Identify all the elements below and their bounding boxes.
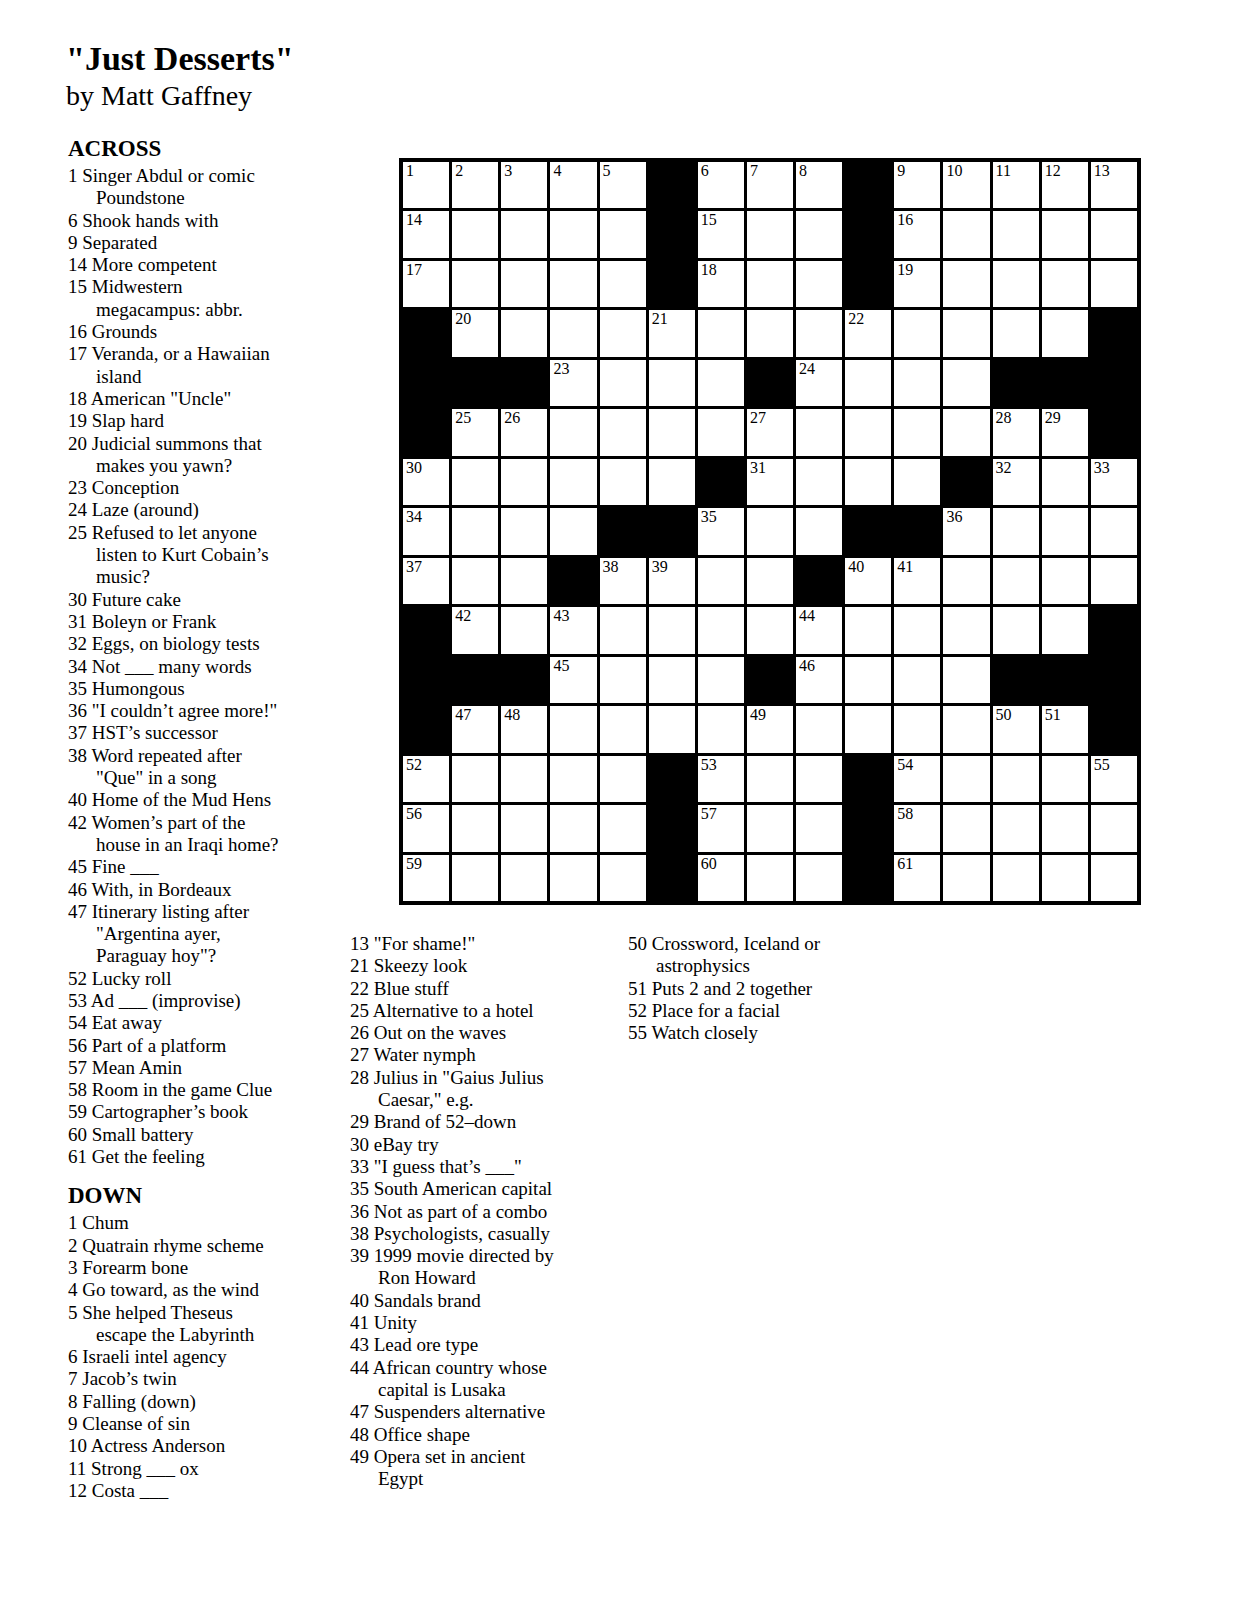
clue-number: 41 xyxy=(350,1312,369,1333)
white-cell[interactable] xyxy=(845,409,891,455)
white-cell[interactable]: 35 xyxy=(698,508,744,554)
white-cell[interactable]: 11 xyxy=(993,162,1039,208)
clue-number: 52 xyxy=(68,968,87,989)
clue-across-6: 6 Shook hands with xyxy=(68,210,283,232)
black-cell xyxy=(501,657,547,703)
black-cell xyxy=(501,360,547,406)
cell-number: 57 xyxy=(701,805,717,823)
white-cell[interactable] xyxy=(894,459,940,505)
white-cell[interactable] xyxy=(649,409,695,455)
white-cell[interactable] xyxy=(600,607,646,653)
white-cell[interactable] xyxy=(649,657,695,703)
clue-across-40: 40 Home of the Mud Hens xyxy=(68,789,283,811)
white-cell[interactable]: 33 xyxy=(1091,459,1137,505)
clue-number: 4 xyxy=(68,1279,78,1300)
white-cell[interactable]: 5 xyxy=(600,162,646,208)
white-cell[interactable] xyxy=(894,360,940,406)
black-cell xyxy=(747,657,793,703)
white-cell[interactable] xyxy=(1042,607,1088,653)
cell-number: 48 xyxy=(504,706,520,724)
white-cell[interactable] xyxy=(943,855,989,901)
clue-down-8: 8 Falling (down) xyxy=(68,1391,283,1413)
white-cell[interactable] xyxy=(698,360,744,406)
white-cell[interactable] xyxy=(943,360,989,406)
white-cell[interactable] xyxy=(600,261,646,307)
white-cell[interactable] xyxy=(747,508,793,554)
clue-number: 1 xyxy=(68,1212,78,1233)
white-cell[interactable] xyxy=(698,310,744,356)
clue-number: 36 xyxy=(68,700,87,721)
white-cell[interactable] xyxy=(796,805,842,851)
white-cell[interactable] xyxy=(452,211,498,257)
white-cell[interactable] xyxy=(1042,855,1088,901)
white-cell[interactable] xyxy=(1091,261,1137,307)
clue-number: 26 xyxy=(350,1022,369,1043)
black-cell xyxy=(796,558,842,604)
black-cell xyxy=(403,607,449,653)
white-cell[interactable] xyxy=(894,706,940,752)
white-cell[interactable]: 34 xyxy=(403,508,449,554)
white-cell[interactable] xyxy=(550,756,596,802)
white-cell[interactable]: 7 xyxy=(747,162,793,208)
black-cell xyxy=(1091,310,1137,356)
cell-number: 50 xyxy=(996,706,1012,724)
white-cell[interactable]: 39 xyxy=(649,558,695,604)
clue-across-54: 54 Eat away xyxy=(68,1012,283,1034)
white-cell[interactable]: 24 xyxy=(796,360,842,406)
clue-down-29: 29 Brand of 52–down xyxy=(350,1111,570,1133)
cell-number: 6 xyxy=(701,162,709,180)
clue-number: 13 xyxy=(350,933,369,954)
white-cell[interactable] xyxy=(550,459,596,505)
white-cell[interactable] xyxy=(845,459,891,505)
cell-number: 52 xyxy=(406,756,422,774)
cell-number: 28 xyxy=(996,409,1012,427)
white-cell[interactable] xyxy=(452,855,498,901)
white-cell[interactable] xyxy=(943,756,989,802)
clue-down-38: 38 Psychologists, casually xyxy=(350,1223,570,1245)
white-cell[interactable] xyxy=(943,607,989,653)
white-cell[interactable]: 47 xyxy=(452,706,498,752)
white-cell[interactable]: 61 xyxy=(894,855,940,901)
white-cell[interactable] xyxy=(943,657,989,703)
clue-number: 56 xyxy=(68,1035,87,1056)
down-header: DOWN xyxy=(68,1183,283,1209)
white-cell[interactable] xyxy=(600,855,646,901)
clue-across-34: 34 Not ___ many words xyxy=(68,656,283,678)
white-cell[interactable] xyxy=(796,459,842,505)
clue-number: 36 xyxy=(350,1201,369,1222)
white-cell[interactable] xyxy=(501,261,547,307)
clue-number: 55 xyxy=(628,1022,647,1043)
clue-number: 51 xyxy=(628,978,647,999)
white-cell[interactable]: 43 xyxy=(550,607,596,653)
white-cell[interactable]: 54 xyxy=(894,756,940,802)
black-cell xyxy=(452,657,498,703)
white-cell[interactable] xyxy=(796,508,842,554)
clue-number: 14 xyxy=(68,254,87,275)
cell-number: 32 xyxy=(996,459,1012,477)
white-cell[interactable] xyxy=(796,211,842,257)
white-cell[interactable] xyxy=(1091,558,1137,604)
cell-number: 33 xyxy=(1094,459,1110,477)
white-cell[interactable] xyxy=(501,310,547,356)
white-cell[interactable] xyxy=(993,558,1039,604)
white-cell[interactable] xyxy=(993,805,1039,851)
white-cell[interactable] xyxy=(845,360,891,406)
black-cell xyxy=(649,261,695,307)
cell-number: 53 xyxy=(701,756,717,774)
white-cell[interactable]: 52 xyxy=(403,756,449,802)
cell-number: 18 xyxy=(701,261,717,279)
clue-across-1: 1 Singer Abdul or comic Poundstone xyxy=(68,165,283,210)
white-cell[interactable]: 48 xyxy=(501,706,547,752)
white-cell[interactable] xyxy=(649,706,695,752)
clue-number: 29 xyxy=(350,1111,369,1132)
white-cell[interactable] xyxy=(600,657,646,703)
white-cell[interactable]: 27 xyxy=(747,409,793,455)
white-cell[interactable]: 15 xyxy=(698,211,744,257)
white-cell[interactable] xyxy=(550,855,596,901)
clue-across-58: 58 Room in the game Clue xyxy=(68,1079,283,1101)
white-cell[interactable] xyxy=(600,706,646,752)
white-cell[interactable] xyxy=(501,508,547,554)
white-cell[interactable] xyxy=(600,360,646,406)
clue-across-45: 45 Fine ___ xyxy=(68,856,283,878)
clue-number: 23 xyxy=(68,477,87,498)
clue-number: 1 xyxy=(68,165,78,186)
white-cell[interactable] xyxy=(894,657,940,703)
white-cell[interactable]: 56 xyxy=(403,805,449,851)
white-cell[interactable] xyxy=(600,409,646,455)
white-cell[interactable] xyxy=(550,211,596,257)
white-cell[interactable] xyxy=(747,558,793,604)
white-cell[interactable] xyxy=(452,756,498,802)
white-cell[interactable] xyxy=(993,607,1039,653)
white-cell[interactable]: 42 xyxy=(452,607,498,653)
black-cell xyxy=(993,360,1039,406)
clue-down-43: 43 Lead ore type xyxy=(350,1334,570,1356)
clue-number: 50 xyxy=(628,933,647,954)
white-cell[interactable]: 49 xyxy=(747,706,793,752)
white-cell[interactable] xyxy=(501,211,547,257)
white-cell[interactable] xyxy=(796,409,842,455)
clue-down-3: 3 Forearm bone xyxy=(68,1257,283,1279)
white-cell[interactable] xyxy=(1042,459,1088,505)
white-cell[interactable]: 32 xyxy=(993,459,1039,505)
white-cell[interactable] xyxy=(452,508,498,554)
white-cell[interactable] xyxy=(600,756,646,802)
white-cell[interactable]: 10 xyxy=(943,162,989,208)
white-cell[interactable] xyxy=(943,211,989,257)
white-cell[interactable] xyxy=(894,409,940,455)
white-cell[interactable]: 51 xyxy=(1042,706,1088,752)
white-cell[interactable]: 23 xyxy=(550,360,596,406)
white-cell[interactable]: 21 xyxy=(649,310,695,356)
cell-number: 9 xyxy=(897,162,905,180)
clue-number: 33 xyxy=(350,1156,369,1177)
white-cell[interactable] xyxy=(1042,558,1088,604)
clue-number: 57 xyxy=(68,1057,87,1078)
white-cell[interactable] xyxy=(600,459,646,505)
white-cell[interactable]: 14 xyxy=(403,211,449,257)
white-cell[interactable] xyxy=(943,409,989,455)
white-cell[interactable] xyxy=(993,211,1039,257)
black-cell xyxy=(698,459,744,505)
white-cell[interactable]: 45 xyxy=(550,657,596,703)
white-cell[interactable] xyxy=(698,607,744,653)
clue-across-36: 36 "I couldn’t agree more!" xyxy=(68,700,283,722)
white-cell[interactable] xyxy=(698,558,744,604)
clue-number: 24 xyxy=(68,499,87,520)
clue-number: 6 xyxy=(68,1346,78,1367)
white-cell[interactable]: 25 xyxy=(452,409,498,455)
white-cell[interactable] xyxy=(600,805,646,851)
white-cell[interactable] xyxy=(747,805,793,851)
white-cell[interactable]: 60 xyxy=(698,855,744,901)
white-cell[interactable]: 22 xyxy=(845,310,891,356)
white-cell[interactable] xyxy=(747,756,793,802)
white-cell[interactable] xyxy=(1091,805,1137,851)
white-cell[interactable]: 28 xyxy=(993,409,1039,455)
white-cell[interactable] xyxy=(796,261,842,307)
puzzle-title: "Just Desserts" xyxy=(66,40,294,78)
white-cell[interactable] xyxy=(747,310,793,356)
black-cell xyxy=(845,508,891,554)
white-cell[interactable]: 12 xyxy=(1042,162,1088,208)
white-cell[interactable] xyxy=(943,558,989,604)
white-cell[interactable]: 36 xyxy=(943,508,989,554)
white-cell[interactable] xyxy=(796,855,842,901)
clue-number: 18 xyxy=(68,388,87,409)
white-cell[interactable] xyxy=(747,261,793,307)
cell-number: 24 xyxy=(799,360,815,378)
white-cell[interactable] xyxy=(698,657,744,703)
white-cell[interactable]: 8 xyxy=(796,162,842,208)
white-cell[interactable] xyxy=(747,607,793,653)
title-block: "Just Desserts" by Matt Gaffney xyxy=(66,40,294,112)
white-cell[interactable] xyxy=(452,805,498,851)
white-cell[interactable]: 30 xyxy=(403,459,449,505)
white-cell[interactable] xyxy=(845,706,891,752)
white-cell[interactable]: 26 xyxy=(501,409,547,455)
clue-number: 45 xyxy=(68,856,87,877)
clue-across-25: 25 Refused to let anyone listen to Kurt … xyxy=(68,522,283,589)
clue-number: 30 xyxy=(350,1134,369,1155)
clue-down-13: 13 "For shame!" xyxy=(350,933,570,955)
white-cell[interactable] xyxy=(452,261,498,307)
white-cell[interactable]: 9 xyxy=(894,162,940,208)
clue-number: 34 xyxy=(68,656,87,677)
black-cell xyxy=(1091,706,1137,752)
cell-number: 46 xyxy=(799,657,815,675)
clue-across-61: 61 Get the feeling xyxy=(68,1146,283,1168)
white-cell[interactable] xyxy=(894,607,940,653)
black-cell xyxy=(649,756,695,802)
white-cell[interactable] xyxy=(1091,508,1137,554)
white-cell[interactable] xyxy=(943,805,989,851)
clue-across-38: 38 Word repeated after "Que" in a song xyxy=(68,745,283,790)
white-cell[interactable] xyxy=(1042,211,1088,257)
white-cell[interactable]: 59 xyxy=(403,855,449,901)
white-cell[interactable] xyxy=(1042,756,1088,802)
white-cell[interactable] xyxy=(501,855,547,901)
white-cell[interactable] xyxy=(796,706,842,752)
white-cell[interactable] xyxy=(550,805,596,851)
clue-down-22: 22 Blue stuff xyxy=(350,978,570,1000)
clue-across-57: 57 Mean Amin xyxy=(68,1057,283,1079)
white-cell[interactable]: 53 xyxy=(698,756,744,802)
white-cell[interactable] xyxy=(501,459,547,505)
clue-number: 9 xyxy=(68,232,78,253)
white-cell[interactable]: 4 xyxy=(550,162,596,208)
clue-number: 19 xyxy=(68,410,87,431)
black-cell xyxy=(1091,409,1137,455)
black-cell xyxy=(403,409,449,455)
white-cell[interactable] xyxy=(894,310,940,356)
white-cell[interactable] xyxy=(845,607,891,653)
white-cell[interactable]: 55 xyxy=(1091,756,1137,802)
clue-down-40: 40 Sandals brand xyxy=(350,1290,570,1312)
cell-number: 26 xyxy=(504,409,520,427)
clue-across-30: 30 Future cake xyxy=(68,589,283,611)
white-cell[interactable]: 29 xyxy=(1042,409,1088,455)
white-cell[interactable]: 20 xyxy=(452,310,498,356)
clue-across-56: 56 Part of a platform xyxy=(68,1035,283,1057)
cell-number: 2 xyxy=(455,162,463,180)
cell-number: 58 xyxy=(897,805,913,823)
clue-number: 39 xyxy=(350,1245,369,1266)
cell-number: 7 xyxy=(750,162,758,180)
clue-down-26: 26 Out on the waves xyxy=(350,1022,570,1044)
white-cell[interactable]: 46 xyxy=(796,657,842,703)
white-cell[interactable]: 31 xyxy=(747,459,793,505)
white-cell[interactable] xyxy=(943,706,989,752)
white-cell[interactable] xyxy=(1042,805,1088,851)
white-cell[interactable] xyxy=(452,558,498,604)
cell-number: 42 xyxy=(455,607,471,625)
white-cell[interactable] xyxy=(1042,508,1088,554)
white-cell[interactable]: 18 xyxy=(698,261,744,307)
white-cell[interactable]: 38 xyxy=(600,558,646,604)
white-cell[interactable] xyxy=(1091,855,1137,901)
white-cell[interactable]: 41 xyxy=(894,558,940,604)
white-cell[interactable] xyxy=(501,756,547,802)
white-cell[interactable]: 44 xyxy=(796,607,842,653)
white-cell[interactable] xyxy=(993,508,1039,554)
black-cell xyxy=(1091,657,1137,703)
cell-number: 55 xyxy=(1094,756,1110,774)
white-cell[interactable]: 16 xyxy=(894,211,940,257)
white-cell[interactable] xyxy=(943,310,989,356)
clue-number: 40 xyxy=(350,1290,369,1311)
white-cell[interactable] xyxy=(698,706,744,752)
clue-down-49: 49 Opera set in ancient Egypt xyxy=(350,1446,570,1491)
cell-number: 39 xyxy=(652,558,668,576)
puzzle-byline: by Matt Gaffney xyxy=(66,80,294,112)
white-cell[interactable]: 19 xyxy=(894,261,940,307)
white-cell[interactable] xyxy=(747,211,793,257)
white-cell[interactable]: 2 xyxy=(452,162,498,208)
white-cell[interactable] xyxy=(501,805,547,851)
clue-across-19: 19 Slap hard xyxy=(68,410,283,432)
white-cell[interactable]: 17 xyxy=(403,261,449,307)
cell-number: 36 xyxy=(946,508,962,526)
clue-down-2: 2 Quatrain rhyme scheme xyxy=(68,1235,283,1257)
black-cell xyxy=(452,360,498,406)
white-cell[interactable] xyxy=(747,855,793,901)
white-cell[interactable] xyxy=(993,310,1039,356)
cell-number: 16 xyxy=(897,211,913,229)
white-cell[interactable] xyxy=(649,360,695,406)
white-cell[interactable]: 50 xyxy=(993,706,1039,752)
black-cell xyxy=(747,360,793,406)
white-cell[interactable]: 6 xyxy=(698,162,744,208)
cell-number: 22 xyxy=(848,310,864,328)
white-cell[interactable] xyxy=(845,657,891,703)
white-cell[interactable] xyxy=(943,261,989,307)
white-cell[interactable]: 1 xyxy=(403,162,449,208)
white-cell[interactable] xyxy=(1091,211,1137,257)
white-cell[interactable] xyxy=(993,855,1039,901)
white-cell[interactable] xyxy=(550,508,596,554)
white-cell[interactable] xyxy=(550,261,596,307)
cell-number: 5 xyxy=(603,162,611,180)
clue-number: 15 xyxy=(68,276,87,297)
clue-column-middle: 13 "For shame!"21 Skeezy look22 Blue stu… xyxy=(350,933,570,1490)
cell-number: 49 xyxy=(750,706,766,724)
white-cell[interactable]: 57 xyxy=(698,805,744,851)
white-cell[interactable] xyxy=(796,310,842,356)
white-cell[interactable] xyxy=(1042,261,1088,307)
white-cell[interactable] xyxy=(993,756,1039,802)
white-cell[interactable] xyxy=(550,706,596,752)
cell-number: 14 xyxy=(406,211,422,229)
white-cell[interactable] xyxy=(550,409,596,455)
clue-number: 21 xyxy=(350,955,369,976)
clue-number: 47 xyxy=(68,901,87,922)
black-cell xyxy=(1091,607,1137,653)
black-cell xyxy=(403,706,449,752)
clue-number: 38 xyxy=(350,1223,369,1244)
white-cell[interactable] xyxy=(698,409,744,455)
white-cell[interactable]: 13 xyxy=(1091,162,1137,208)
white-cell[interactable] xyxy=(796,756,842,802)
white-cell[interactable]: 3 xyxy=(501,162,547,208)
white-cell[interactable] xyxy=(501,607,547,653)
white-cell[interactable] xyxy=(600,211,646,257)
white-cell[interactable] xyxy=(649,607,695,653)
white-cell[interactable] xyxy=(600,310,646,356)
cell-number: 15 xyxy=(701,211,717,229)
white-cell[interactable] xyxy=(452,459,498,505)
clue-number: 42 xyxy=(68,812,87,833)
white-cell[interactable] xyxy=(1042,310,1088,356)
white-cell[interactable] xyxy=(550,310,596,356)
white-cell[interactable]: 37 xyxy=(403,558,449,604)
clue-number: 28 xyxy=(350,1067,369,1088)
white-cell[interactable]: 40 xyxy=(845,558,891,604)
clue-across-60: 60 Small battery xyxy=(68,1124,283,1146)
clue-number: 61 xyxy=(68,1146,87,1167)
white-cell[interactable] xyxy=(501,558,547,604)
white-cell[interactable]: 58 xyxy=(894,805,940,851)
white-cell[interactable] xyxy=(993,261,1039,307)
black-cell xyxy=(649,211,695,257)
white-cell[interactable] xyxy=(649,459,695,505)
clue-down-25: 25 Alternative to a hotel xyxy=(350,1000,570,1022)
black-cell xyxy=(943,459,989,505)
